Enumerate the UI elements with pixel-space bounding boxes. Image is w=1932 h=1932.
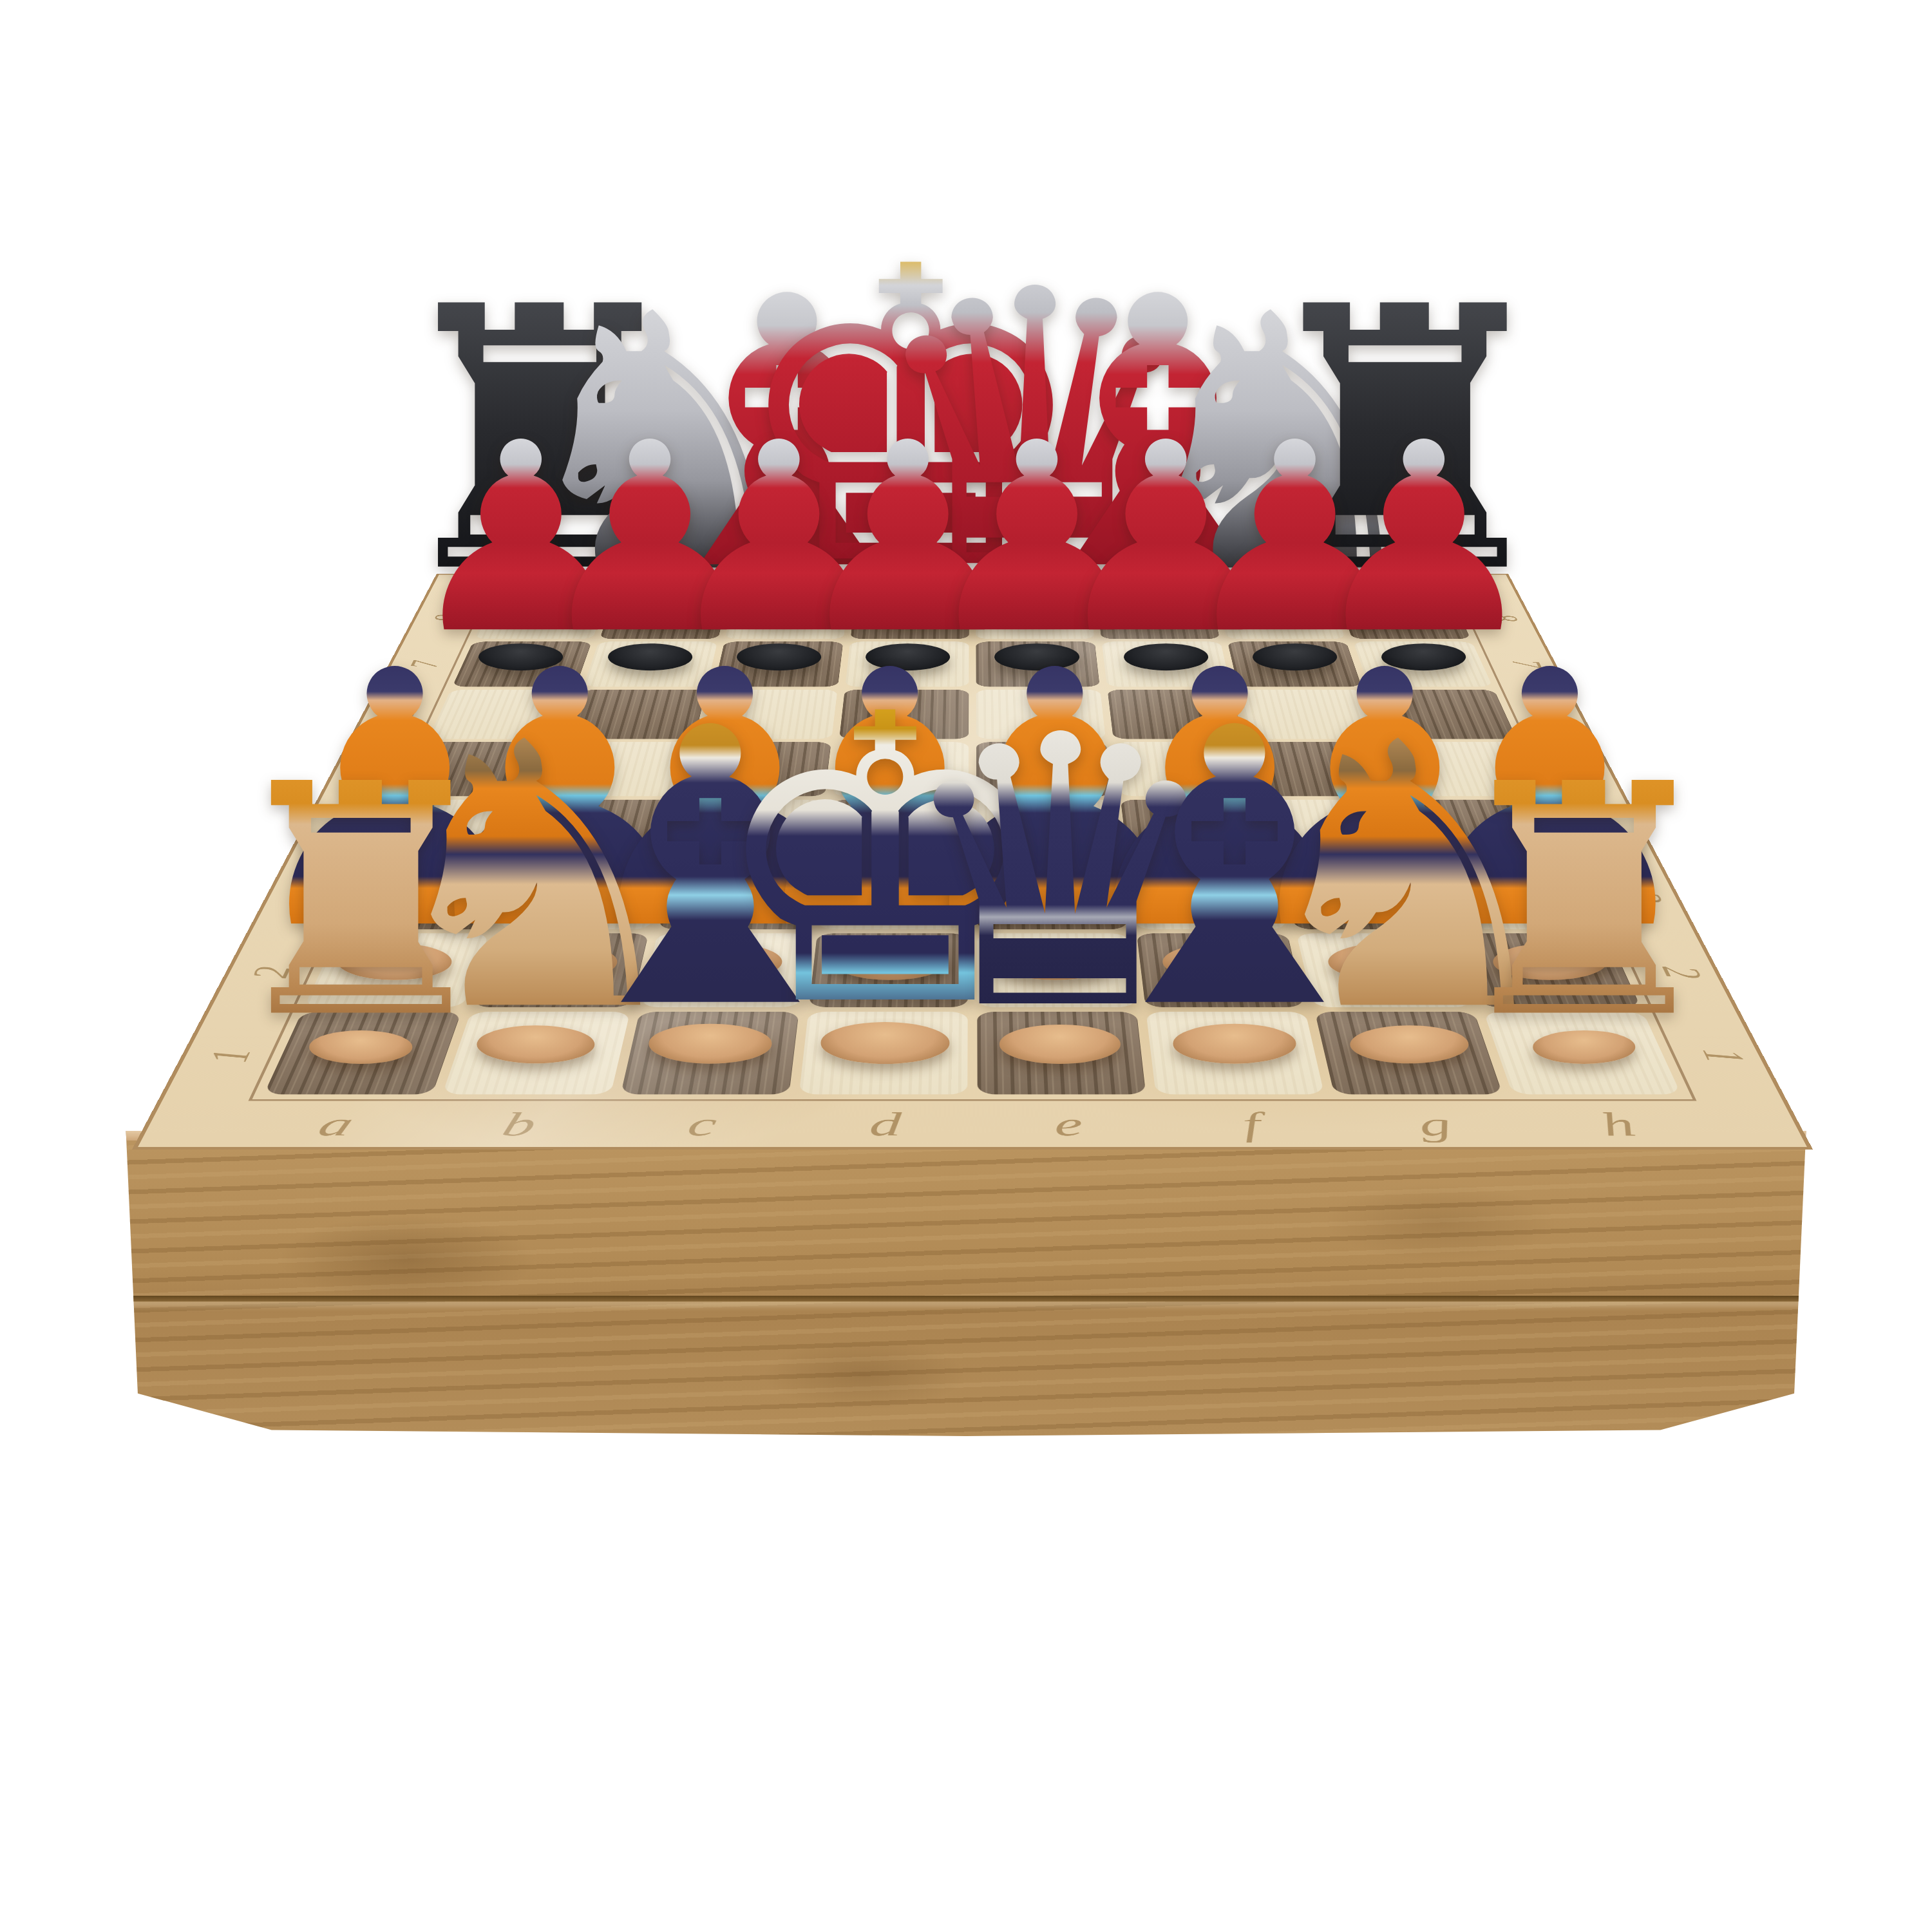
square-g5 xyxy=(1251,742,1400,796)
rank-label-6-left: 6 xyxy=(374,710,425,718)
square-a7 xyxy=(452,641,592,687)
square-d6 xyxy=(839,690,969,739)
square-b8 xyxy=(600,598,728,639)
square-f2 xyxy=(1137,933,1304,1007)
file-label-h: h xyxy=(1594,1105,1642,1144)
square-d7 xyxy=(845,641,969,687)
square-a1 xyxy=(264,1012,462,1094)
square-e1 xyxy=(977,1012,1146,1094)
square-d4 xyxy=(826,800,969,860)
red-queen-icon: ♛ xyxy=(864,275,1206,587)
rank-label-3-left: 3 xyxy=(278,893,338,904)
square-c7 xyxy=(714,641,843,687)
red-king-icon: ♚ xyxy=(728,252,1092,585)
wooden-storage-box xyxy=(119,1131,1813,1436)
square-c1 xyxy=(621,1012,799,1094)
square-b6 xyxy=(565,690,706,739)
red-knight-icon: ♞ xyxy=(505,301,822,591)
square-b1 xyxy=(442,1012,630,1094)
rank-label-7-right: 7 xyxy=(1502,661,1551,668)
square-d1 xyxy=(799,1012,968,1094)
square-d3 xyxy=(818,863,969,929)
red-bishop-icon: ♝ xyxy=(990,283,1325,589)
square-e3 xyxy=(977,863,1128,929)
square-a4 xyxy=(372,800,536,860)
board-surface: abcdefgh1122334455667788 xyxy=(132,574,1813,1150)
square-f8 xyxy=(1096,598,1220,639)
square-b3 xyxy=(499,863,665,929)
square-c5 xyxy=(689,742,831,796)
red-bishop-icon: ♝ xyxy=(620,283,954,589)
square-f6 xyxy=(1108,690,1243,739)
square-e6 xyxy=(976,690,1106,739)
rank-label-2-right: 2 xyxy=(1650,967,1714,979)
square-g8 xyxy=(1217,598,1345,639)
square-a3 xyxy=(340,863,514,929)
square-b5 xyxy=(545,742,694,796)
square-f1 xyxy=(1146,1012,1324,1094)
square-e4 xyxy=(976,800,1119,860)
square-a6 xyxy=(428,690,575,739)
rank-label-5-left: 5 xyxy=(345,765,399,774)
square-f3 xyxy=(1128,863,1287,929)
rank-label-2-left: 2 xyxy=(239,967,303,979)
rank-label-5-right: 5 xyxy=(1553,765,1607,774)
rank-label-3-right: 3 xyxy=(1615,893,1674,904)
red-rook-icon: ♜ xyxy=(378,293,702,590)
board-squares-grid xyxy=(258,596,1687,1097)
file-label-f: f xyxy=(1239,1105,1264,1144)
product-photo-scene: abcdefgh1122334455667788 ♜♞♝♚♛♝♞♜♟♟♟♟♟♟♟… xyxy=(0,0,1932,1932)
square-f4 xyxy=(1121,800,1271,860)
square-h1 xyxy=(1484,1012,1681,1094)
rank-label-6-right: 6 xyxy=(1527,710,1578,718)
square-h6 xyxy=(1370,690,1517,739)
square-b4 xyxy=(524,800,680,860)
square-f5 xyxy=(1113,742,1256,796)
square-g1 xyxy=(1315,1012,1503,1094)
file-label-d: d xyxy=(868,1105,902,1144)
square-b2 xyxy=(472,933,649,1007)
square-e7 xyxy=(976,641,1099,687)
square-g2 xyxy=(1296,933,1473,1007)
square-a8 xyxy=(474,598,607,639)
file-label-e: e xyxy=(1054,1105,1084,1144)
rank-label-4-right: 4 xyxy=(1582,826,1639,835)
square-c6 xyxy=(702,690,837,739)
file-label-g: g xyxy=(1413,1105,1456,1144)
square-g6 xyxy=(1238,690,1379,739)
square-b7 xyxy=(583,641,717,687)
square-h8 xyxy=(1338,598,1471,639)
rank-label-1-left: 1 xyxy=(195,1049,263,1063)
square-a2 xyxy=(304,933,489,1007)
chess-board-3d: abcdefgh1122334455667788 xyxy=(132,574,1813,1150)
square-h4 xyxy=(1409,800,1573,860)
square-c4 xyxy=(674,800,824,860)
square-g3 xyxy=(1280,863,1446,929)
rank-label-7-left: 7 xyxy=(400,661,449,668)
square-e8 xyxy=(976,598,1094,639)
square-h2 xyxy=(1456,933,1641,1007)
red-rook-icon: ♜ xyxy=(1243,293,1567,590)
square-d2 xyxy=(809,933,968,1007)
square-e5 xyxy=(976,742,1112,796)
file-label-c: c xyxy=(685,1105,719,1144)
square-d8 xyxy=(851,598,969,639)
piece-red-king-d8: ♚ xyxy=(728,252,1092,625)
box-lid-seam xyxy=(119,1296,1813,1302)
file-label-b: b xyxy=(498,1105,541,1144)
square-f7 xyxy=(1102,641,1231,687)
square-g7 xyxy=(1227,641,1362,687)
square-h7 xyxy=(1353,641,1493,687)
square-c2 xyxy=(641,933,808,1007)
square-d5 xyxy=(833,742,969,796)
file-label-a: a xyxy=(312,1105,360,1144)
square-h5 xyxy=(1388,742,1543,796)
square-e2 xyxy=(977,933,1136,1007)
rank-label-1-right: 1 xyxy=(1690,1049,1758,1063)
rank-label-8-right: 8 xyxy=(1481,614,1527,621)
square-c8 xyxy=(725,598,849,639)
square-a5 xyxy=(402,742,556,796)
square-h3 xyxy=(1431,863,1605,929)
red-knight-icon: ♞ xyxy=(1123,301,1440,591)
square-c3 xyxy=(658,863,817,929)
piece-red-queen-e8: ♛ xyxy=(864,275,1206,625)
rank-label-8-left: 8 xyxy=(424,614,470,621)
rank-label-4-left: 4 xyxy=(313,826,370,835)
square-g4 xyxy=(1265,800,1421,860)
